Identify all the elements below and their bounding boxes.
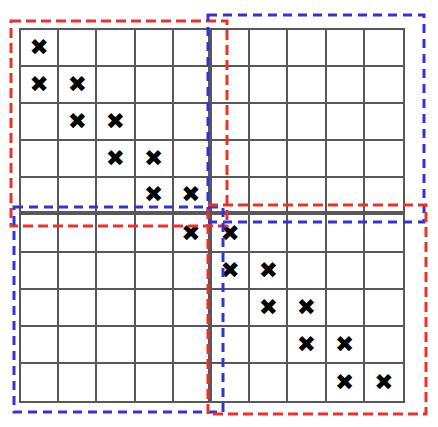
empty-cell (288, 30, 326, 67)
empty-cell (250, 104, 288, 141)
empty-cell (365, 67, 403, 104)
empty-cell (21, 178, 59, 215)
mark-cell: ✖ (327, 327, 365, 364)
empty-cell (212, 178, 250, 215)
empty-cell (59, 178, 97, 215)
empty-cell (97, 67, 135, 104)
empty-cell (21, 253, 59, 290)
mark-cell: ✖ (21, 30, 59, 67)
empty-cell (212, 30, 250, 67)
empty-cell (59, 327, 97, 364)
mark-cell: ✖ (212, 215, 250, 252)
empty-cell (365, 178, 403, 215)
matrix-figure: ✖✖✖✖✖✖✖✖✖✖✖✖✖✖✖✖✖✖✖ (0, 0, 438, 427)
empty-cell (174, 290, 212, 327)
empty-cell (288, 67, 326, 104)
empty-cell (250, 364, 288, 401)
empty-cell (174, 327, 212, 364)
empty-cell (212, 290, 250, 327)
empty-cell (327, 30, 365, 67)
empty-cell (174, 67, 212, 104)
empty-cell (327, 67, 365, 104)
empty-cell (21, 290, 59, 327)
empty-cell (97, 327, 135, 364)
mark-cell: ✖ (174, 215, 212, 252)
mark-cell: ✖ (365, 364, 403, 401)
empty-cell (174, 141, 212, 178)
empty-cell (327, 178, 365, 215)
empty-cell (97, 253, 135, 290)
empty-cell (250, 327, 288, 364)
empty-cell (212, 364, 250, 401)
empty-cell (21, 215, 59, 252)
empty-cell (288, 253, 326, 290)
empty-cell (288, 178, 326, 215)
empty-cell (212, 67, 250, 104)
empty-cell (212, 327, 250, 364)
empty-cell (174, 253, 212, 290)
empty-cell (327, 253, 365, 290)
empty-cell (174, 104, 212, 141)
empty-cell (288, 104, 326, 141)
empty-cell (288, 364, 326, 401)
empty-cell (365, 30, 403, 67)
empty-cell (327, 104, 365, 141)
empty-cell (212, 104, 250, 141)
empty-cell (250, 67, 288, 104)
mark-cell: ✖ (97, 104, 135, 141)
empty-cell (97, 364, 135, 401)
empty-cell (365, 290, 403, 327)
mark-cell: ✖ (136, 141, 174, 178)
empty-cell (250, 141, 288, 178)
empty-cell (174, 364, 212, 401)
empty-cell (250, 215, 288, 252)
mark-cell: ✖ (59, 104, 97, 141)
empty-cell (365, 215, 403, 252)
mark-cell: ✖ (21, 67, 59, 104)
empty-cell (327, 290, 365, 327)
empty-cell (365, 141, 403, 178)
empty-cell (59, 215, 97, 252)
empty-cell (21, 141, 59, 178)
empty-cell (97, 290, 135, 327)
empty-cell (288, 141, 326, 178)
empty-cell (250, 178, 288, 215)
mark-cell: ✖ (250, 253, 288, 290)
empty-cell (97, 215, 135, 252)
empty-cell (136, 364, 174, 401)
empty-cell (365, 253, 403, 290)
empty-cell (21, 104, 59, 141)
mark-cell: ✖ (327, 364, 365, 401)
mark-cell: ✖ (212, 253, 250, 290)
empty-cell (59, 253, 97, 290)
empty-cell (250, 30, 288, 67)
empty-cell (174, 30, 212, 67)
empty-cell (21, 364, 59, 401)
empty-cell (59, 364, 97, 401)
empty-cell (97, 30, 135, 67)
empty-cell (136, 327, 174, 364)
empty-cell (136, 253, 174, 290)
empty-cell (97, 178, 135, 215)
empty-cell (59, 141, 97, 178)
empty-cell (21, 327, 59, 364)
mark-cell: ✖ (59, 67, 97, 104)
mark-cell: ✖ (174, 178, 212, 215)
empty-cell (212, 141, 250, 178)
empty-cell (136, 67, 174, 104)
matrix-grid: ✖✖✖✖✖✖✖✖✖✖✖✖✖✖✖✖✖✖✖ (19, 28, 405, 403)
empty-cell (59, 290, 97, 327)
empty-cell (327, 215, 365, 252)
empty-cell (136, 30, 174, 67)
mark-cell: ✖ (136, 178, 174, 215)
empty-cell (288, 215, 326, 252)
mark-cell: ✖ (288, 327, 326, 364)
mark-cell: ✖ (250, 290, 288, 327)
empty-cell (365, 327, 403, 364)
empty-cell (136, 104, 174, 141)
mark-cell: ✖ (288, 290, 326, 327)
empty-cell (327, 141, 365, 178)
empty-cell (365, 104, 403, 141)
empty-cell (136, 290, 174, 327)
empty-cell (136, 215, 174, 252)
mark-cell: ✖ (97, 141, 135, 178)
empty-cell (59, 30, 97, 67)
